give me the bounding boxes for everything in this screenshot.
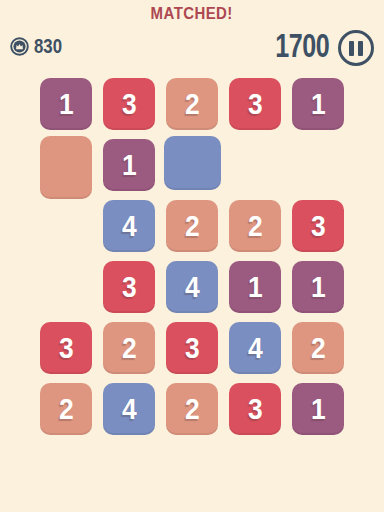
board: 132311422334113234224231: [40, 78, 344, 435]
coins-display: 830: [10, 34, 69, 58]
tile-r6c1[interactable]: 2: [40, 383, 92, 435]
tile-number: 2: [185, 209, 200, 243]
hud-bar: 830 1700: [10, 25, 374, 67]
tile-number: 1: [248, 270, 263, 304]
matched-banner: MATCHED!: [0, 4, 384, 24]
tile-r6c3[interactable]: 2: [166, 383, 218, 435]
tile-r1c4[interactable]: 3: [229, 78, 281, 130]
tile-r4c2[interactable]: 3: [103, 261, 155, 313]
tile-r1c3[interactable]: 2: [166, 78, 218, 130]
tile-r6c5[interactable]: 1: [292, 383, 344, 435]
game-screen: MATCHED! 830 1700 1323114223341132342242…: [0, 0, 384, 512]
tile-number: 3: [122, 87, 137, 121]
tile-r6c2[interactable]: 4: [103, 383, 155, 435]
tile-number: 3: [248, 392, 263, 426]
tile-r2c2[interactable]: 1: [103, 139, 155, 191]
empty-cell: [292, 139, 344, 191]
score-and-pause: 1700: [258, 26, 374, 66]
tile-number: 1: [311, 270, 326, 304]
tile-r3c4[interactable]: 2: [229, 200, 281, 252]
pause-icon: [349, 41, 354, 56]
tile-number: 1: [311, 87, 326, 121]
tile-r2c3[interactable]: [164, 136, 221, 190]
tile-number: 3: [122, 270, 137, 304]
matched-banner-text: MATCHED!: [151, 4, 233, 24]
coins-value: 830: [34, 34, 62, 58]
tile-number: 1: [59, 87, 74, 121]
tile-r5c2[interactable]: 2: [103, 322, 155, 374]
tile-r4c5[interactable]: 1: [292, 261, 344, 313]
tile-number: 3: [248, 87, 263, 121]
pause-icon: [358, 41, 363, 56]
tile-r5c1[interactable]: 3: [40, 322, 92, 374]
score-value: 1700: [275, 27, 329, 65]
tile-number: 4: [185, 270, 200, 304]
tile-r6c4[interactable]: 3: [229, 383, 281, 435]
tile-number: 4: [248, 331, 263, 365]
tile-number: 3: [185, 331, 200, 365]
tile-r3c3[interactable]: 2: [166, 200, 218, 252]
tile-r5c4[interactable]: 4: [229, 322, 281, 374]
tile-r1c5[interactable]: 1: [292, 78, 344, 130]
tile-number: 2: [185, 87, 200, 121]
tile-number: 3: [311, 209, 326, 243]
tile-r4c4[interactable]: 1: [229, 261, 281, 313]
tile-r2c1[interactable]: [40, 136, 92, 199]
tile-r4c3[interactable]: 4: [166, 261, 218, 313]
tile-number: 2: [122, 331, 137, 365]
empty-cell: [40, 261, 92, 313]
pause-button[interactable]: [338, 30, 374, 66]
tile-number: 1: [122, 148, 137, 182]
empty-cell: [40, 200, 92, 252]
tile-number: 3: [59, 331, 74, 365]
tile-number: 2: [248, 209, 263, 243]
tile-number: 2: [185, 392, 200, 426]
tile-number: 2: [311, 331, 326, 365]
tile-number: 4: [122, 209, 137, 243]
tile-r3c2[interactable]: 4: [103, 200, 155, 252]
tile-number: 4: [122, 392, 137, 426]
tile-r1c2[interactable]: 3: [103, 78, 155, 130]
tile-r5c5[interactable]: 2: [292, 322, 344, 374]
tile-number: 2: [59, 392, 74, 426]
tile-number: 1: [311, 392, 326, 426]
tile-r5c3[interactable]: 3: [166, 322, 218, 374]
crown-coin-icon: [10, 37, 29, 56]
tile-r1c1[interactable]: 1: [40, 78, 92, 130]
empty-cell: [229, 139, 281, 191]
tile-r3c5[interactable]: 3: [292, 200, 344, 252]
